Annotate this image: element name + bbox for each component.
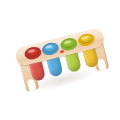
cup-highlight	[63, 40, 71, 45]
cup-highlight	[45, 44, 53, 49]
slot-yellow	[77, 32, 96, 48]
left-leg-arch	[27, 79, 36, 91]
right-leg-arch	[97, 58, 106, 70]
brand-logo-mark	[60, 50, 65, 54]
cup-highlight	[81, 35, 89, 40]
sorting-toy	[13, 24, 115, 104]
slot-red	[23, 45, 42, 61]
product-photo	[0, 0, 120, 120]
cup-highlight	[27, 49, 35, 54]
slot-blue	[41, 40, 60, 56]
